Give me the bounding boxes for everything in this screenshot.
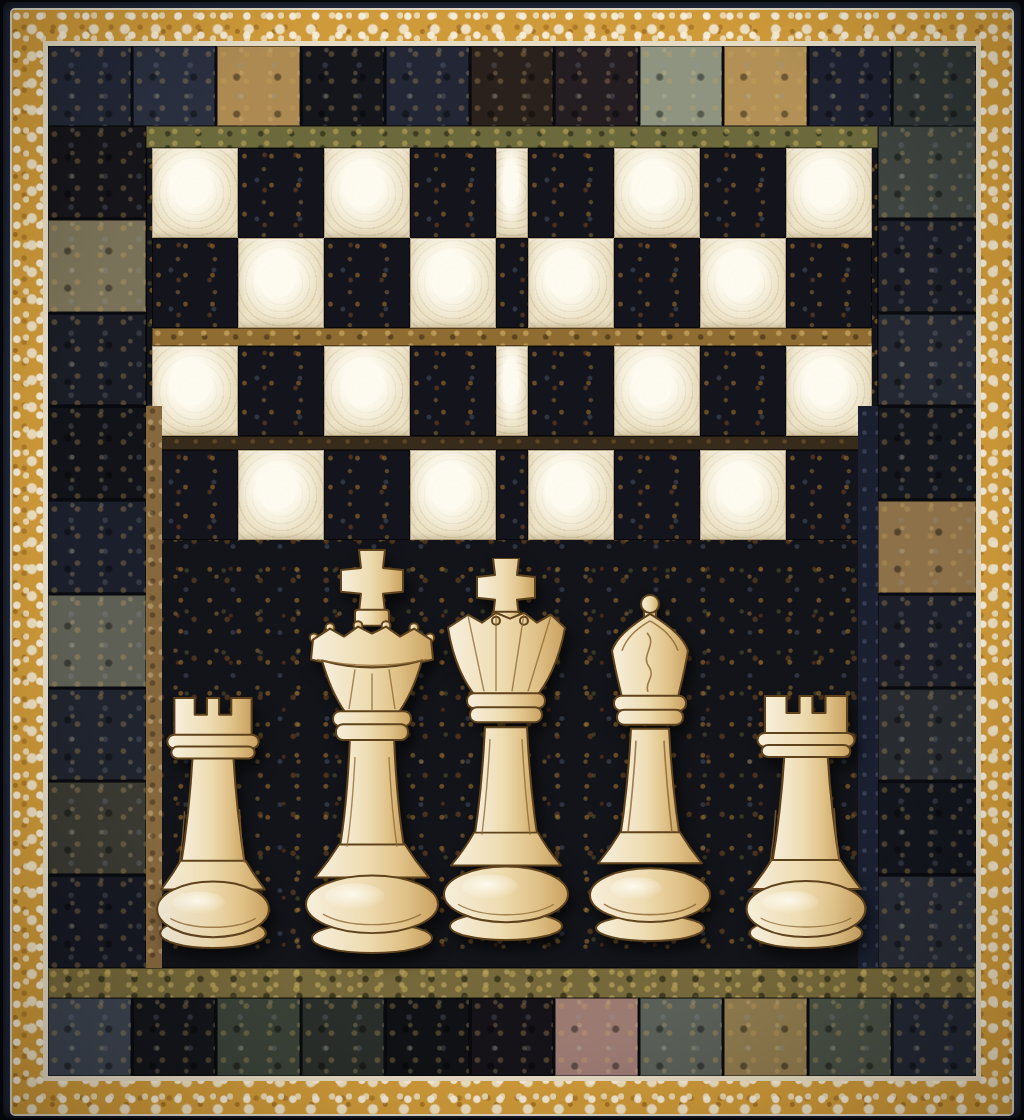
border-patch-square: [878, 126, 976, 218]
board-cell-light: [614, 148, 700, 238]
queen-collar-ring: [467, 693, 545, 708]
border-patch-square: [878, 501, 976, 593]
board-cell-dark: [614, 450, 700, 540]
rook-stem: [180, 756, 245, 869]
board-cell-light: [528, 450, 614, 540]
board-cell-dark: [496, 238, 528, 328]
board-cell-light: [528, 238, 614, 328]
bishop-mitre: [612, 614, 688, 698]
border-patch-square: [640, 46, 723, 126]
border-patch-square: [893, 998, 976, 1076]
board-cell-light: [238, 238, 324, 328]
board-cell-light: [410, 450, 496, 540]
board-cell-light: [238, 450, 324, 540]
piece-king: [297, 548, 447, 958]
border-patch-square: [48, 407, 146, 499]
queen-collar-ring2: [470, 707, 542, 722]
border-patch-square: [878, 220, 976, 312]
border-patch-square: [809, 998, 892, 1076]
fabric-highlight: [325, 883, 385, 909]
board-row: [152, 238, 872, 328]
board-cell-dark: [238, 148, 324, 238]
fabric-highlight: [462, 874, 518, 898]
bishop-finial-ball: [641, 595, 659, 613]
board-cell-dark: [152, 450, 238, 540]
board-cell-dark: [410, 346, 496, 436]
border-patch-square: [878, 876, 976, 968]
board-cell-dark: [324, 450, 410, 540]
fabric-highlight: [610, 877, 662, 899]
king-bell: [315, 845, 429, 878]
board-cell-light: [152, 346, 238, 436]
border-patch-square: [878, 407, 976, 499]
piece-rook-left: [150, 692, 276, 956]
sash-gold: [152, 328, 872, 346]
board-cell-light: [700, 450, 786, 540]
board-cell-dark: [528, 346, 614, 436]
leafy-sashing-bottom: [48, 968, 976, 998]
king-collar-ring2: [336, 724, 408, 740]
board-cell-dark: [496, 450, 528, 540]
piece-queen: [436, 558, 576, 958]
border-patch-square: [555, 46, 638, 126]
border-patch-square: [217, 998, 300, 1076]
board-cell-light: [614, 346, 700, 436]
border-patch-square: [878, 782, 976, 874]
board-cell-dark: [238, 346, 324, 436]
border-patch-square: [471, 46, 554, 126]
board-cell-light: [410, 238, 496, 328]
queen-cross: [477, 558, 535, 617]
sash-dark: [152, 436, 872, 450]
rook-cap-ring2: [171, 747, 254, 759]
board-cell-light: [496, 148, 528, 238]
border-patch-square: [48, 126, 146, 218]
border-patch-square: [893, 46, 976, 126]
border-patch-square: [878, 595, 976, 687]
border-patch-square: [48, 782, 146, 874]
board-cell-dark: [614, 238, 700, 328]
border-patch-square: [48, 220, 146, 312]
board-cell-light: [496, 346, 528, 436]
board-cell-dark: [786, 238, 872, 328]
board-cell-dark: [410, 148, 496, 238]
bishop-collar-ring2: [617, 710, 683, 725]
fabric-highlight: [763, 891, 819, 913]
board-cell-dark: [700, 346, 786, 436]
board-row: [152, 148, 872, 238]
border-patch-square: [809, 46, 892, 126]
piece-bishop: [584, 593, 720, 958]
board-cell-light: [700, 238, 786, 328]
rook-stem: [771, 754, 840, 868]
board-cell-light: [786, 148, 872, 238]
rook-crenellation: [174, 698, 251, 736]
border-patch-square: [878, 314, 976, 406]
board-cell-dark: [528, 148, 614, 238]
border-patch-square: [48, 689, 146, 781]
border-patch-square: [640, 998, 723, 1076]
board-cell-light: [324, 346, 410, 436]
border-patch-square: [471, 998, 554, 1076]
border-patch-square: [48, 595, 146, 687]
patchwork-border-left: [48, 126, 146, 968]
border-patch-square: [48, 314, 146, 406]
border-patch-square: [217, 46, 300, 126]
board-cell-dark: [152, 238, 238, 328]
bishop-collar-ring: [614, 696, 686, 711]
board-cell-light: [324, 148, 410, 238]
border-patch-square: [48, 501, 146, 593]
border-patch-square: [386, 998, 469, 1076]
bishop-bell: [598, 832, 702, 863]
olive-sashing-top: [146, 126, 878, 148]
patchwork-border-right: [878, 126, 976, 968]
board-cell-light: [152, 148, 238, 238]
border-patch-square: [878, 689, 976, 781]
queen-bell: [451, 833, 561, 866]
border-patch-square: [302, 46, 385, 126]
border-patch-square: [48, 46, 131, 126]
border-patch-square: [724, 998, 807, 1076]
rook-cap-ring2: [762, 745, 851, 757]
rook-crenellation: [765, 696, 847, 734]
patchwork-border-top: [48, 46, 976, 126]
board-cell-dark: [700, 148, 786, 238]
piece-rook-right: [739, 690, 873, 956]
border-patch-square: [302, 998, 385, 1076]
border-patch-square: [724, 46, 807, 126]
border-patch-square: [555, 998, 638, 1076]
board-row: [152, 346, 872, 436]
fabric-highlight: [172, 891, 225, 913]
border-patch-square: [386, 46, 469, 126]
border-patch-square: [133, 998, 216, 1076]
border-patch-square: [48, 998, 131, 1076]
patchwork-border-bottom: [48, 998, 976, 1076]
checkerboard-panel: [152, 148, 872, 540]
quilt-photo: [0, 0, 1024, 1120]
board-cell-dark: [324, 238, 410, 328]
border-patch-square: [48, 876, 146, 968]
king-cross: [341, 550, 403, 612]
board-row: [152, 450, 872, 540]
border-patch-square: [133, 46, 216, 126]
